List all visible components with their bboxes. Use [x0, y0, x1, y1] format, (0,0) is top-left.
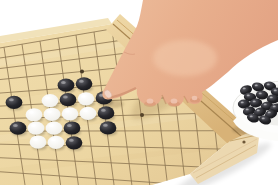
white-stone [78, 92, 95, 105]
bowl-stone-highlight [253, 101, 256, 103]
bowl-stone-highlight [268, 112, 271, 114]
white-stone [30, 135, 47, 148]
stone-highlight [47, 110, 52, 113]
bowl-stone-highlight [259, 93, 262, 95]
white-stone [28, 121, 45, 134]
bowl-stone-highlight [273, 106, 276, 108]
middle-fingernail [147, 98, 154, 103]
stone-highlight [103, 124, 108, 127]
hand-highlight [153, 40, 217, 76]
stone-highlight [69, 139, 74, 142]
stone-highlight [31, 124, 36, 127]
stone-highlight [33, 138, 38, 141]
black-stone [58, 79, 75, 92]
stone-highlight [67, 124, 72, 127]
black-stone [100, 121, 117, 134]
stone-highlight [13, 124, 18, 127]
bowl-stone-highlight [267, 84, 270, 86]
stone-highlight [79, 80, 84, 83]
stone-highlight [101, 109, 106, 112]
frame-pin-hole [242, 140, 245, 143]
stone-highlight [61, 81, 66, 84]
bowl-stone-highlight [246, 109, 249, 111]
white-stone [80, 107, 97, 120]
bowl-stone-highlight [247, 95, 250, 97]
ring-fingernail [171, 98, 178, 103]
stone-highlight [9, 98, 14, 101]
bowl-stone-highlight [264, 104, 267, 106]
white-stone [62, 107, 79, 120]
black-stone [66, 136, 83, 149]
white-stone [46, 121, 63, 134]
black-stone [10, 122, 27, 135]
scene-canvas [0, 0, 278, 185]
black-stone [98, 106, 115, 119]
stone-highlight [65, 110, 70, 113]
bowl-stone-highlight [274, 90, 277, 92]
bowl-stone-highlight [257, 110, 260, 112]
bowl-stone-highlight [270, 97, 273, 99]
bowl-stone-highlight [255, 85, 258, 87]
stone-highlight [83, 109, 88, 112]
white-stone [48, 136, 65, 149]
go-board-photo-scene [0, 0, 278, 185]
stone-highlight [81, 95, 86, 98]
bowl-stone-highlight [243, 88, 246, 90]
stone-highlight [29, 111, 34, 114]
stone-highlight [45, 97, 50, 100]
bowl-stone-highlight [262, 118, 265, 120]
black-stone [6, 96, 23, 109]
white-stone [44, 108, 61, 121]
black-stone [76, 77, 93, 90]
black-stone [60, 93, 77, 106]
stone-highlight [63, 96, 68, 99]
star-point [80, 70, 84, 74]
white-stone [42, 94, 59, 107]
bowl-stone-highlight [250, 116, 253, 118]
white-stone [26, 108, 43, 121]
pinky-fingernail [192, 96, 198, 100]
black-stone [64, 121, 81, 134]
stone-highlight [51, 138, 56, 141]
bowl-stone-highlight [241, 102, 244, 104]
stone-highlight [49, 124, 54, 127]
